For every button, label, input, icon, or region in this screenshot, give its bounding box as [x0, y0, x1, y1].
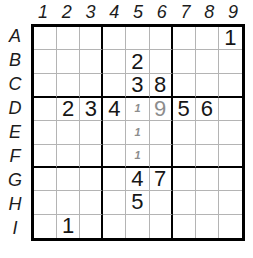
cell-B5[interactable]: 2 — [126, 50, 149, 73]
cell-C4[interactable] — [103, 74, 126, 98]
cell-B2[interactable] — [57, 50, 80, 73]
cell-C2[interactable] — [57, 74, 80, 98]
column-label-3: 3 — [79, 1, 103, 23]
cell-A3[interactable] — [80, 27, 103, 50]
cell-D1[interactable] — [34, 98, 57, 121]
cell-G4[interactable] — [103, 168, 126, 191]
cell-F3[interactable] — [80, 145, 103, 168]
cell-G9[interactable] — [219, 168, 242, 191]
cell-F6[interactable] — [150, 145, 173, 168]
cell-C1[interactable] — [34, 74, 57, 98]
cell-D2[interactable]: 2 — [57, 98, 80, 121]
cell-E7[interactable] — [173, 121, 196, 144]
column-label-9: 9 — [221, 1, 245, 23]
cell-A4[interactable] — [103, 27, 126, 50]
sudoku-widget: 123456789 ABCDEFGHI 12382341956114751 — [0, 0, 253, 258]
cell-E5[interactable]: 1 — [126, 121, 149, 144]
cell-F1[interactable] — [34, 145, 57, 168]
cell-D3[interactable]: 3 — [80, 98, 103, 121]
cell-H5[interactable]: 5 — [126, 191, 149, 214]
cell-A8[interactable] — [196, 27, 219, 50]
cell-B6[interactable] — [150, 50, 173, 73]
cell-E8[interactable] — [196, 121, 219, 144]
cell-G2[interactable] — [57, 168, 80, 191]
column-label-6: 6 — [150, 1, 174, 23]
column-label-1: 1 — [31, 1, 55, 23]
cell-C5[interactable]: 3 — [126, 74, 149, 98]
cell-F4[interactable] — [103, 145, 126, 168]
cell-I4[interactable] — [103, 215, 126, 238]
cell-B1[interactable] — [34, 50, 57, 73]
row-label-E: E — [0, 120, 30, 144]
cell-I6[interactable] — [150, 215, 173, 238]
row-label-B: B — [0, 48, 30, 72]
column-label-8: 8 — [197, 1, 221, 23]
cell-F2[interactable] — [57, 145, 80, 168]
cell-G7[interactable] — [173, 168, 196, 191]
cell-I9[interactable] — [219, 215, 242, 238]
row-label-C: C — [0, 72, 30, 96]
cell-A9[interactable]: 1 — [219, 27, 242, 50]
cell-F7[interactable] — [173, 145, 196, 168]
cell-A7[interactable] — [173, 27, 196, 50]
cell-D8[interactable]: 6 — [196, 98, 219, 121]
row-label-G: G — [0, 169, 30, 193]
cell-G6[interactable]: 7 — [150, 168, 173, 191]
column-label-2: 2 — [55, 1, 79, 23]
column-label-4: 4 — [102, 1, 126, 23]
cell-A1[interactable] — [34, 27, 57, 50]
cell-E6[interactable] — [150, 121, 173, 144]
column-label-5: 5 — [126, 1, 150, 23]
cell-I2[interactable]: 1 — [57, 215, 80, 238]
cell-E9[interactable] — [219, 121, 242, 144]
row-labels: ABCDEFGHI — [0, 24, 30, 241]
cell-B3[interactable] — [80, 50, 103, 73]
cell-D9[interactable] — [219, 98, 242, 121]
cell-H1[interactable] — [34, 191, 57, 214]
cell-I3[interactable] — [80, 215, 103, 238]
cell-A2[interactable] — [57, 27, 80, 50]
row-label-H: H — [0, 193, 30, 217]
cell-E2[interactable] — [57, 121, 80, 144]
cell-C7[interactable] — [173, 74, 196, 98]
cell-H6[interactable] — [150, 191, 173, 214]
row-label-I: I — [0, 217, 30, 241]
cell-A5[interactable] — [126, 27, 149, 50]
cell-H2[interactable] — [57, 191, 80, 214]
cell-C6[interactable]: 8 — [150, 74, 173, 98]
cell-D7[interactable]: 5 — [173, 98, 196, 121]
cell-H3[interactable] — [80, 191, 103, 214]
cell-E1[interactable] — [34, 121, 57, 144]
cell-H8[interactable] — [196, 191, 219, 214]
cell-E4[interactable] — [103, 121, 126, 144]
cell-B8[interactable] — [196, 50, 219, 73]
cell-F9[interactable] — [219, 145, 242, 168]
cell-D4[interactable]: 4 — [103, 98, 126, 121]
cell-D6[interactable]: 9 — [150, 98, 173, 121]
sudoku-board: 12382341956114751 — [31, 24, 245, 241]
row-label-F: F — [0, 145, 30, 169]
cell-G1[interactable] — [34, 168, 57, 191]
cell-H9[interactable] — [219, 191, 242, 214]
cell-H4[interactable] — [103, 191, 126, 214]
cell-G3[interactable] — [80, 168, 103, 191]
cell-H7[interactable] — [173, 191, 196, 214]
cell-E3[interactable] — [80, 121, 103, 144]
cell-G5[interactable]: 4 — [126, 168, 149, 191]
cell-C9[interactable] — [219, 74, 242, 98]
column-labels: 123456789 — [31, 1, 245, 23]
cell-B7[interactable] — [173, 50, 196, 73]
column-label-7: 7 — [174, 1, 198, 23]
cell-I1[interactable] — [34, 215, 57, 238]
cell-F5[interactable]: 1 — [126, 145, 149, 168]
cell-I7[interactable] — [173, 215, 196, 238]
cell-G8[interactable] — [196, 168, 219, 191]
cell-B9[interactable] — [219, 50, 242, 73]
row-label-A: A — [0, 24, 30, 48]
cell-C8[interactable] — [196, 74, 219, 98]
cell-F8[interactable] — [196, 145, 219, 168]
cell-I8[interactable] — [196, 215, 219, 238]
cell-I5[interactable] — [126, 215, 149, 238]
row-label-D: D — [0, 96, 30, 120]
cell-A6[interactable] — [150, 27, 173, 50]
cell-B4[interactable] — [103, 50, 126, 73]
cell-C3[interactable] — [80, 74, 103, 98]
cell-D5[interactable]: 1 — [126, 98, 149, 121]
